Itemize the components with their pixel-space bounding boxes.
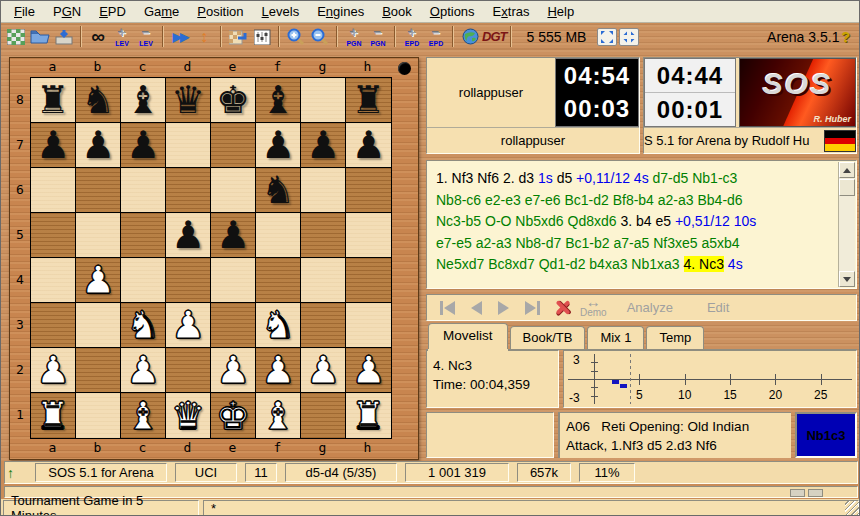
- square-b6[interactable]: [76, 168, 121, 213]
- square-h7[interactable]: ♟: [346, 123, 391, 168]
- black-pawn: ♟: [216, 213, 250, 257]
- square-h4[interactable]: [346, 258, 391, 303]
- right-column: rollappuser 04:54 00:03 rollappuser 04:4…: [426, 57, 857, 460]
- move-token[interactable]: 4. Nc3: [684, 256, 724, 272]
- flip-board-button[interactable]: ↕: [192, 25, 216, 48]
- square-d7[interactable]: [166, 123, 211, 168]
- black-pawn: ♟: [261, 123, 295, 167]
- triangle-up-icon: [843, 168, 851, 173]
- demo-board-icon: [229, 29, 247, 45]
- engine-label: S 5.1 for Arena by Rudolf Hu: [644, 133, 822, 148]
- delete-moves-button[interactable]: [555, 300, 570, 315]
- graph-y-tick: [591, 362, 598, 363]
- move-token[interactable]: d5: [553, 170, 576, 186]
- go-to-start-button[interactable]: [435, 297, 460, 319]
- triangle-right-icon: [498, 301, 509, 315]
- fast-forward-icon: ▶▶: [173, 31, 187, 43]
- minus-icon: −: [432, 26, 440, 39]
- mini-scroll-left-button[interactable]: [790, 489, 805, 497]
- square-h5[interactable]: [346, 213, 391, 258]
- move-token[interactable]: Nc3-b5 O-O Nb5xd6 Qd8xd6: [436, 213, 620, 229]
- sos-logo-author: R. Huber: [813, 114, 851, 124]
- engine-clock-main: 04:44: [645, 59, 735, 93]
- zoom-out-button[interactable]: [308, 25, 332, 48]
- resize-grip[interactable]: [845, 501, 859, 515]
- white-pawn: ♟: [126, 348, 160, 392]
- square-c4[interactable]: [121, 258, 166, 303]
- square-b8[interactable]: ♞: [76, 78, 121, 123]
- black-pawn: ♟: [306, 123, 340, 167]
- black-pawn: ♟: [81, 123, 115, 167]
- engine-clock: 04:44 00:01: [644, 58, 736, 127]
- engine-clock-panel: 04:44 00:01 SOS R. Huber S 5.1 for Arena…: [643, 57, 857, 154]
- black-knight: ♞: [81, 78, 115, 122]
- save-tray-icon: [54, 29, 74, 45]
- engine-stat-cell: 1 001 319: [405, 463, 509, 482]
- square-h3[interactable]: [346, 303, 391, 348]
- file-label-h: h: [345, 59, 390, 76]
- graph-x-label: 15: [723, 388, 736, 402]
- minus-icon: −: [374, 26, 382, 39]
- graph-y-tick: [591, 371, 598, 372]
- player-clock-panel: rollappuser 04:54 00:03 rollappuser: [426, 57, 640, 154]
- rank-label-7: 7: [12, 122, 28, 167]
- restore-layout-button[interactable]: [619, 28, 639, 46]
- file-label-f: f: [255, 59, 300, 76]
- left-right-arrow-icon: ↔: [586, 297, 601, 307]
- demo-button[interactable]: ↔ Demo: [580, 297, 607, 318]
- square-b7[interactable]: ♟: [76, 123, 121, 168]
- square-h1[interactable]: ♜: [346, 393, 391, 438]
- epd-plus-button[interactable]: + EPD: [400, 25, 424, 48]
- infinite-analysis-button[interactable]: ∞: [86, 25, 110, 48]
- file-label-e: e: [210, 59, 255, 76]
- file-label-a: a: [30, 440, 75, 457]
- toolbar-separator: [394, 26, 396, 47]
- menu-item-levels[interactable]: Levels: [253, 2, 309, 21]
- tab-temp[interactable]: Temp: [646, 326, 704, 349]
- lev-label: LEV: [139, 40, 153, 47]
- engine-stat-cell: 657k: [517, 463, 571, 482]
- file-label-d: d: [165, 59, 210, 76]
- move-token[interactable]: d7-d5 Nb1-c3: [649, 170, 738, 186]
- square-h6[interactable]: [346, 168, 391, 213]
- triangle-left-icon: [444, 301, 455, 315]
- rank-label-5: 5: [12, 212, 28, 257]
- file-label-h: h: [345, 440, 390, 457]
- pgn-minus-button[interactable]: − PGN: [366, 25, 390, 48]
- square-h8[interactable]: ♜: [346, 78, 391, 123]
- menu-item-epd[interactable]: EPD: [90, 2, 135, 21]
- square-a3[interactable]: [31, 303, 76, 348]
- square-e1[interactable]: ♚: [211, 393, 256, 438]
- minus-icon: −: [142, 26, 150, 39]
- analyze-button[interactable]: Analyze: [613, 300, 687, 315]
- settings-panel-icon: [254, 29, 271, 45]
- square-g6[interactable]: [301, 168, 346, 213]
- rank-label-4: 4: [12, 257, 28, 302]
- rank-label-1: 1: [12, 392, 28, 437]
- demo-label: Demo: [580, 307, 607, 318]
- edit-button[interactable]: Edit: [693, 300, 743, 315]
- white-knight: ♞: [261, 303, 295, 347]
- file-label-b: b: [75, 59, 120, 76]
- square-g3[interactable]: [301, 303, 346, 348]
- file-label-g: g: [300, 59, 345, 76]
- graph-x-tick: [821, 374, 822, 385]
- toolbar-separator: [162, 26, 164, 47]
- pgn-plus-button[interactable]: + PGN: [342, 25, 366, 48]
- scroll-up-button[interactable]: [839, 162, 855, 178]
- epd-label: EPD: [429, 40, 443, 47]
- square-f8[interactable]: ♝: [256, 78, 301, 123]
- menu-item-game[interactable]: Game: [135, 2, 188, 21]
- black-pawn: ♟: [36, 123, 70, 167]
- square-g1[interactable]: [301, 393, 346, 438]
- move-list[interactable]: 1. Nf3 Nf6 2. d3 1s d5 +0,11/12 4s d7-d5…: [426, 160, 857, 289]
- move-token[interactable]: +0,11/12 4s: [576, 170, 649, 186]
- infinity-icon: ∞: [91, 27, 105, 46]
- square-b5[interactable]: [76, 213, 121, 258]
- square-e8[interactable]: ♚: [211, 78, 256, 123]
- move-token[interactable]: +0,51/12 10s: [675, 213, 756, 229]
- square-b3[interactable]: [76, 303, 121, 348]
- white-pawn: ♟: [171, 303, 205, 347]
- white-rook: ♜: [351, 394, 385, 438]
- bar-icon: [440, 301, 443, 315]
- dgt-button[interactable]: DGT: [482, 25, 506, 48]
- square-d6[interactable]: [166, 168, 211, 213]
- move-token[interactable]: 4s: [728, 256, 743, 272]
- notation-tabs: MovelistBook/TBMix 1Temp: [426, 323, 857, 349]
- file-label-a: a: [30, 59, 75, 76]
- help-icon[interactable]: ?: [841, 29, 850, 45]
- graph-y-tick: [591, 387, 598, 388]
- player-clock: 04:54 00:03: [555, 58, 639, 127]
- move-token[interactable]: 1s: [538, 170, 553, 186]
- menu-item-file[interactable]: File: [5, 2, 44, 21]
- triangle-down-icon: [843, 277, 851, 282]
- white-king: ♚: [216, 394, 250, 438]
- pgn-label: PGN: [370, 40, 385, 47]
- opening-moves: 1.Nf3 d5 2.d3 Nf6: [611, 438, 717, 453]
- white-queen: ♛: [171, 394, 205, 438]
- file-label-d: d: [165, 440, 210, 457]
- player-clock-main: 04:54: [556, 59, 638, 93]
- game-result-label: *: [203, 500, 859, 516]
- engine-clock-increment: 00:01: [645, 93, 735, 126]
- game-mode-label: Tournament Game in 5 Minutes: [3, 500, 199, 516]
- square-c7[interactable]: ♟: [121, 123, 166, 168]
- triangle-left-icon: [471, 301, 482, 315]
- rank-label-3: 3: [12, 302, 28, 347]
- german-flag-icon: [824, 130, 856, 152]
- square-e3[interactable]: [211, 303, 256, 348]
- move-time: Time: 00:04,359: [433, 375, 552, 394]
- move-token[interactable]: Ne5xd7 Bc8xd7 Qd1-d2 b4xa3 Nb1xa3: [436, 256, 684, 272]
- save-button[interactable]: [52, 25, 76, 48]
- graph-eval-point: [620, 384, 627, 388]
- engine-stat-cell: 11%: [579, 463, 635, 482]
- lev-label: LEV: [115, 40, 129, 47]
- menu-item-help[interactable]: Help: [538, 2, 583, 21]
- file-labels-bottom: abcdefgh: [30, 440, 392, 457]
- bottom-row: A06 Reti Opening: Old Indian Attack, 1.N…: [426, 412, 857, 458]
- clock-area: rollappuser 04:54 00:03 rollappuser 04:4…: [426, 57, 857, 154]
- next-move-button[interactable]: [493, 297, 514, 319]
- square-a8[interactable]: ♜: [31, 78, 76, 123]
- level-minus-button[interactable]: − LEV: [134, 25, 158, 48]
- white-bishop: ♝: [126, 394, 160, 438]
- white-pawn: ♟: [261, 348, 295, 392]
- internet-button[interactable]: [458, 25, 482, 48]
- new-game-button[interactable]: [4, 25, 28, 48]
- bar-icon: [537, 301, 540, 315]
- engine-stat-cell: UCI: [175, 463, 237, 482]
- menu-bar: FilePGNEPDGamePositionLevelsEnginesBookO…: [1, 1, 859, 23]
- square-f6[interactable]: ♞: [256, 168, 301, 213]
- square-c6[interactable]: [121, 168, 166, 213]
- engine-settings-button[interactable]: [250, 25, 274, 48]
- engine-stat-cell: d5-d4 (5/35): [285, 463, 397, 482]
- menu-item-pgn[interactable]: PGN: [44, 2, 90, 21]
- zoom-in-button[interactable]: [284, 25, 308, 48]
- toolbar-separator: [278, 26, 280, 47]
- black-rook: ♜: [36, 78, 70, 122]
- black-knight: ♞: [261, 168, 295, 212]
- graph-y-min-label: -3: [569, 391, 580, 405]
- plus-icon: +: [118, 26, 126, 39]
- square-c1[interactable]: ♝: [121, 393, 166, 438]
- black-queen: ♛: [171, 78, 205, 122]
- square-a1[interactable]: ♜: [31, 393, 76, 438]
- version-label: Arena 3.5.1: [767, 29, 839, 45]
- black-pawn: ♟: [126, 123, 160, 167]
- graph-x-tick: [639, 374, 640, 385]
- level-plus-button[interactable]: + LEV: [110, 25, 134, 48]
- file-label-f: f: [255, 440, 300, 457]
- file-label-b: b: [75, 440, 120, 457]
- square-g5[interactable]: [301, 213, 346, 258]
- graph-x-label: 5: [636, 388, 643, 402]
- square-d1[interactable]: ♛: [166, 393, 211, 438]
- toolbar-separator: [452, 26, 454, 47]
- graph-x-label: 10: [678, 388, 691, 402]
- white-pawn: ♟: [351, 348, 385, 392]
- square-d8[interactable]: ♛: [166, 78, 211, 123]
- graph-x-tick: [685, 374, 686, 385]
- toolbar-separator: [220, 26, 222, 47]
- menu-item-extras[interactable]: Extras: [484, 2, 539, 21]
- previous-move-button[interactable]: [466, 297, 487, 319]
- movelist-line: Ne5xd7 Bc8xd7 Qd1-d2 b4xa3 Nb1xa3 4. Nc3…: [436, 254, 832, 276]
- square-g7[interactable]: ♟: [301, 123, 346, 168]
- square-a4[interactable]: [31, 258, 76, 303]
- plus-icon: +: [408, 26, 416, 39]
- toolbar: ∞ + LEV − LEV ▶▶ ↕: [1, 24, 859, 49]
- epd-minus-button[interactable]: − EPD: [424, 25, 448, 48]
- rank-label-8: 8: [12, 77, 28, 122]
- square-e7[interactable]: [211, 123, 256, 168]
- file-label-e: e: [210, 440, 255, 457]
- square-h2[interactable]: ♟: [346, 348, 391, 393]
- rank-label-6: 6: [12, 167, 28, 212]
- square-f1[interactable]: ♝: [256, 393, 301, 438]
- dgt-logo: DGT: [482, 30, 506, 43]
- square-f4[interactable]: [256, 258, 301, 303]
- square-g2[interactable]: ♟: [301, 348, 346, 393]
- engine-move-box: Nb1c3: [795, 412, 857, 458]
- arena-window: FilePGNEPDGamePositionLevelsEnginesBookO…: [0, 0, 860, 516]
- expand-arrows-icon: [600, 30, 614, 44]
- engine-status-bar: ↑ SOS 5.1 for ArenaUCI11d5-d4 (5/35)1 00…: [4, 461, 858, 484]
- status-bar: Tournament Game in 5 Minutes *: [1, 499, 860, 516]
- info-row: 4. Nc3 Time: 00:04,359 3 -3 510152025: [426, 349, 857, 408]
- square-b2[interactable]: [76, 348, 121, 393]
- square-c3[interactable]: ♞: [121, 303, 166, 348]
- move-token[interactable]: Nb8-c6 e2-e3 e7-e6 Bc1-d2 Bf8-b4 a2-a3 B…: [436, 192, 743, 208]
- square-b1[interactable]: [76, 393, 121, 438]
- plus-icon: +: [350, 26, 358, 39]
- zoom-out-icon: [311, 28, 329, 46]
- empty-panel: [426, 412, 554, 458]
- menu-item-book[interactable]: Book: [373, 2, 421, 21]
- white-pawn: ♟: [36, 348, 70, 392]
- white-pawn: ♟: [216, 348, 250, 392]
- square-f2[interactable]: ♟: [256, 348, 301, 393]
- maximize-layout-button[interactable]: [597, 28, 617, 46]
- square-g8[interactable]: [301, 78, 346, 123]
- square-d4[interactable]: [166, 258, 211, 303]
- black-pawn: ♟: [171, 213, 205, 257]
- current-move-panel: 4. Nc3 Time: 00:04,359: [426, 350, 559, 408]
- movelist-line: 1. Nf3 Nf6 2. d3 1s d5 +0,11/12 4s d7-d5…: [436, 168, 832, 190]
- square-e6[interactable]: [211, 168, 256, 213]
- open-button[interactable]: [28, 25, 52, 48]
- game-navigation: ↔ Demo Analyze Edit: [426, 294, 857, 321]
- square-d3[interactable]: ♟: [166, 303, 211, 348]
- square-g4[interactable]: [301, 258, 346, 303]
- tab-book-tb[interactable]: Book/TB: [510, 326, 586, 349]
- file-labels-top: abcdefgh: [30, 59, 392, 76]
- graph-x-axis: [568, 379, 852, 380]
- move-token[interactable]: 1. Nf3 Nf6 2. d3: [436, 170, 538, 186]
- black-king: ♚: [216, 78, 250, 122]
- white-pawn: ♟: [81, 258, 115, 302]
- square-c8[interactable]: ♝: [121, 78, 166, 123]
- white-bishop: ♝: [261, 394, 295, 438]
- movelist-line: e7-e5 a2-a3 Nb8-d7 Bc1-b2 a7-a5 Nf3xe5 a…: [436, 233, 832, 255]
- graph-x-label: 25: [814, 388, 827, 402]
- sos-engine-logo: SOS R. Huber: [739, 58, 856, 127]
- white-pawn: ♟: [306, 348, 340, 392]
- toolbar-separator: [510, 26, 512, 47]
- side-to-move-indicator: [398, 62, 411, 75]
- triangle-right-icon: [525, 301, 536, 315]
- square-e4[interactable]: [211, 258, 256, 303]
- menu-item-position[interactable]: Position: [188, 2, 252, 21]
- engine-stat-cell: SOS 5.1 for Arena: [35, 463, 167, 482]
- board-squares: ♜♞♝♛♚♝♜♟♟♟♟♟♟♞♟♟♟♞♟♞♟♟♟♟♟♟♜♝♛♚♝♜: [30, 77, 392, 439]
- movelist-line: Nb8-c6 e2-e3 e7-e6 Bc1-d2 Bf8-b4 a2-a3 B…: [436, 190, 832, 212]
- square-e2[interactable]: ♟: [211, 348, 256, 393]
- chess-board: abcdefgh abcdefgh 87654321 87654321 ♜♞♝♛…: [9, 57, 419, 460]
- file-label-c: c: [120, 59, 165, 76]
- graph-y-max-label: 3: [573, 353, 580, 367]
- square-e5[interactable]: ♟: [211, 213, 256, 258]
- player-clock-increment: 00:03: [556, 93, 638, 127]
- square-f7[interactable]: ♟: [256, 123, 301, 168]
- square-d5[interactable]: ♟: [166, 213, 211, 258]
- engine-stat-cell: 11: [245, 463, 277, 482]
- engine-direction-icon: ↑: [7, 465, 27, 481]
- movelist-scrollbar[interactable]: [838, 162, 855, 287]
- current-move: 4. Nc3: [433, 356, 552, 375]
- scroll-down-button[interactable]: [839, 271, 855, 287]
- player-label: rollappuser: [427, 127, 639, 153]
- menu-item-engines[interactable]: Engines: [308, 2, 373, 21]
- square-a5[interactable]: [31, 213, 76, 258]
- file-label-c: c: [120, 440, 165, 457]
- white-knight: ♞: [126, 303, 160, 347]
- toolbar-separator: [336, 26, 338, 47]
- square-f3[interactable]: ♞: [256, 303, 301, 348]
- shrink-arrows-icon: [622, 30, 636, 44]
- file-label-g: g: [300, 440, 345, 457]
- square-d2[interactable]: [166, 348, 211, 393]
- move-token[interactable]: 3. b4 e5: [620, 213, 675, 229]
- eval-graph: 3 -3 510152025: [563, 350, 857, 408]
- graph-current-move-line: [630, 354, 631, 404]
- graph-x-label: 20: [769, 388, 782, 402]
- black-bishop: ♝: [126, 78, 160, 122]
- eco-code: A06: [566, 419, 590, 434]
- player-name: rollappuser: [427, 58, 555, 127]
- square-f5[interactable]: [256, 213, 301, 258]
- black-rook: ♜: [351, 78, 385, 122]
- demo-board-button[interactable]: [226, 25, 250, 48]
- graph-x-tick: [730, 374, 731, 385]
- tab-movelist[interactable]: Movelist: [428, 323, 508, 349]
- square-c5[interactable]: [121, 213, 166, 258]
- square-c2[interactable]: ♟: [121, 348, 166, 393]
- black-bishop: ♝: [261, 78, 295, 122]
- square-a6[interactable]: [31, 168, 76, 213]
- toolbar-separator: [80, 26, 82, 47]
- square-a7[interactable]: ♟: [31, 123, 76, 168]
- movelist-line: Nc3-b5 O-O Nb5xd6 Qd8xd6 3. b4 e5 +0,51/…: [436, 211, 832, 233]
- mini-scroll-right-button[interactable]: [808, 489, 823, 497]
- rank-label-2: 2: [12, 347, 28, 392]
- graph-x-tick: [775, 374, 776, 385]
- go-to-end-button[interactable]: [520, 297, 545, 319]
- engine-label-row: S 5.1 for Arena by Rudolf Hu: [644, 127, 856, 153]
- scrollbar-thumb[interactable]: [839, 179, 855, 196]
- new-board-icon: [7, 29, 25, 45]
- square-b4[interactable]: ♟: [76, 258, 121, 303]
- move-now-button[interactable]: ▶▶: [168, 25, 192, 48]
- sos-logo-text: SOS: [740, 67, 855, 101]
- menu-item-options[interactable]: Options: [421, 2, 484, 21]
- square-a2[interactable]: ♟: [31, 348, 76, 393]
- graph-eval-point: [612, 380, 619, 384]
- memory-indicator: 5 555 MB: [516, 29, 596, 45]
- move-token[interactable]: e7-e5 a2-a3 Nb8-d7 Bc1-b2 a7-a5 Nf3xe5 a…: [436, 235, 740, 251]
- white-rook: ♜: [36, 394, 70, 438]
- black-pawn: ♟: [351, 123, 385, 167]
- tab-mix-1[interactable]: Mix 1: [587, 326, 644, 349]
- open-folder-icon: [30, 29, 50, 44]
